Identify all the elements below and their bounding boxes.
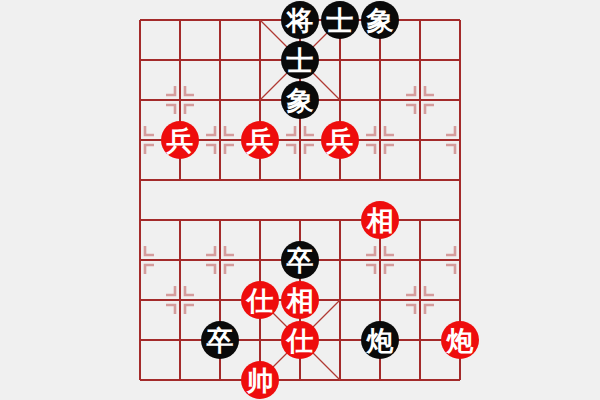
board-point[interactable] <box>240 160 280 200</box>
board-point[interactable]: 兵 <box>240 120 280 160</box>
board-point[interactable]: 仕 <box>280 320 320 360</box>
piece-red-advisor[interactable]: 仕 <box>241 281 279 319</box>
board-point[interactable] <box>240 40 280 80</box>
piece-black-advisor[interactable]: 士 <box>281 41 319 79</box>
board-point[interactable] <box>440 360 480 400</box>
piece-red-general[interactable]: 帅 <box>241 361 279 399</box>
piece-red-soldier[interactable]: 兵 <box>321 121 359 159</box>
board-point[interactable] <box>160 160 200 200</box>
board-point[interactable] <box>440 80 480 120</box>
board-point[interactable]: 兵 <box>320 120 360 160</box>
board-point[interactable] <box>400 200 440 240</box>
board-point[interactable]: 卒 <box>200 320 240 360</box>
board-point[interactable] <box>360 240 400 280</box>
board-point[interactable] <box>240 240 280 280</box>
board-point[interactable]: 帅 <box>240 360 280 400</box>
piece-black-elephant[interactable]: 象 <box>281 81 319 119</box>
board-point[interactable]: 炮 <box>440 320 480 360</box>
board-point[interactable] <box>400 360 440 400</box>
board-point[interactable] <box>320 320 360 360</box>
board-point[interactable] <box>240 80 280 120</box>
board-point[interactable] <box>200 240 240 280</box>
board-point[interactable] <box>120 120 160 160</box>
board-point[interactable] <box>160 200 200 240</box>
board-point[interactable] <box>200 360 240 400</box>
piece-black-elephant[interactable]: 象 <box>361 1 399 39</box>
board-point[interactable] <box>240 320 280 360</box>
board-point[interactable] <box>200 120 240 160</box>
board-point[interactable]: 将 <box>280 0 320 40</box>
board-point[interactable] <box>360 160 400 200</box>
board-point[interactable] <box>120 80 160 120</box>
board-point[interactable] <box>200 40 240 80</box>
board-point[interactable] <box>120 320 160 360</box>
board-point[interactable] <box>440 200 480 240</box>
board-point[interactable] <box>160 40 200 80</box>
board-point[interactable] <box>360 360 400 400</box>
board-point[interactable] <box>400 0 440 40</box>
piece-red-cannon[interactable]: 炮 <box>441 321 479 359</box>
board-point[interactable] <box>360 80 400 120</box>
board-point[interactable] <box>440 240 480 280</box>
board-point[interactable] <box>400 80 440 120</box>
board-point[interactable] <box>360 120 400 160</box>
board-point[interactable]: 士 <box>280 40 320 80</box>
board-point[interactable] <box>440 0 480 40</box>
board-point[interactable] <box>120 360 160 400</box>
piece-red-elephant[interactable]: 相 <box>361 201 399 239</box>
board-point[interactable] <box>320 240 360 280</box>
board-point[interactable] <box>440 160 480 200</box>
piece-red-advisor[interactable]: 仕 <box>281 321 319 359</box>
board-point[interactable]: 士 <box>320 0 360 40</box>
board-point[interactable] <box>280 200 320 240</box>
board-point[interactable] <box>240 0 280 40</box>
board-point[interactable] <box>320 200 360 240</box>
board-point[interactable] <box>440 40 480 80</box>
board-point[interactable]: 相 <box>360 200 400 240</box>
board-point[interactable] <box>280 360 320 400</box>
board-point[interactable] <box>240 200 280 240</box>
piece-black-advisor[interactable]: 士 <box>321 1 359 39</box>
board-point[interactable] <box>400 280 440 320</box>
board-point[interactable] <box>160 240 200 280</box>
board-point[interactable] <box>160 320 200 360</box>
piece-red-elephant[interactable]: 相 <box>281 281 319 319</box>
board-point[interactable] <box>160 80 200 120</box>
board-point[interactable] <box>120 280 160 320</box>
board-point[interactable] <box>280 120 320 160</box>
board-point[interactable] <box>200 0 240 40</box>
board-point[interactable] <box>320 160 360 200</box>
piece-black-soldier[interactable]: 卒 <box>201 321 239 359</box>
board-point[interactable] <box>120 240 160 280</box>
board-point[interactable]: 仕 <box>240 280 280 320</box>
piece-black-general[interactable]: 将 <box>281 1 319 39</box>
board-grid: 将士象士象兵兵兵相卒仕相卒仕炮炮帅 <box>120 0 480 400</box>
board-point[interactable] <box>200 280 240 320</box>
board-point[interactable] <box>120 0 160 40</box>
board-point[interactable] <box>360 280 400 320</box>
board-point[interactable] <box>320 80 360 120</box>
board-point[interactable] <box>120 200 160 240</box>
board-point[interactable] <box>400 120 440 160</box>
piece-red-soldier[interactable]: 兵 <box>241 121 279 159</box>
board-point[interactable] <box>120 40 160 80</box>
piece-red-soldier[interactable]: 兵 <box>161 121 199 159</box>
board-point[interactable] <box>360 40 400 80</box>
board-point[interactable] <box>200 80 240 120</box>
board-point[interactable]: 象 <box>280 80 320 120</box>
board-point[interactable] <box>400 160 440 200</box>
board-point[interactable] <box>160 0 200 40</box>
board-point[interactable] <box>120 160 160 200</box>
board-point[interactable] <box>200 200 240 240</box>
board-point[interactable] <box>160 280 200 320</box>
board-point[interactable] <box>320 360 360 400</box>
board-point[interactable] <box>280 160 320 200</box>
board-point[interactable] <box>320 280 360 320</box>
board-point[interactable] <box>440 120 480 160</box>
board-point[interactable]: 兵 <box>160 120 200 160</box>
board-point[interactable]: 相 <box>280 280 320 320</box>
board-point[interactable] <box>320 40 360 80</box>
board-point[interactable] <box>400 240 440 280</box>
board-point[interactable] <box>400 40 440 80</box>
board-point[interactable] <box>200 160 240 200</box>
board-point[interactable] <box>440 280 480 320</box>
board-point[interactable]: 卒 <box>280 240 320 280</box>
piece-black-soldier[interactable]: 卒 <box>281 241 319 279</box>
board-point[interactable]: 象 <box>360 0 400 40</box>
board-point[interactable] <box>160 360 200 400</box>
board-point[interactable] <box>400 320 440 360</box>
piece-black-cannon[interactable]: 炮 <box>361 321 399 359</box>
board-point[interactable]: 炮 <box>360 320 400 360</box>
xiangqi-board: 将士象士象兵兵兵相卒仕相卒仕炮炮帅 <box>0 0 600 400</box>
